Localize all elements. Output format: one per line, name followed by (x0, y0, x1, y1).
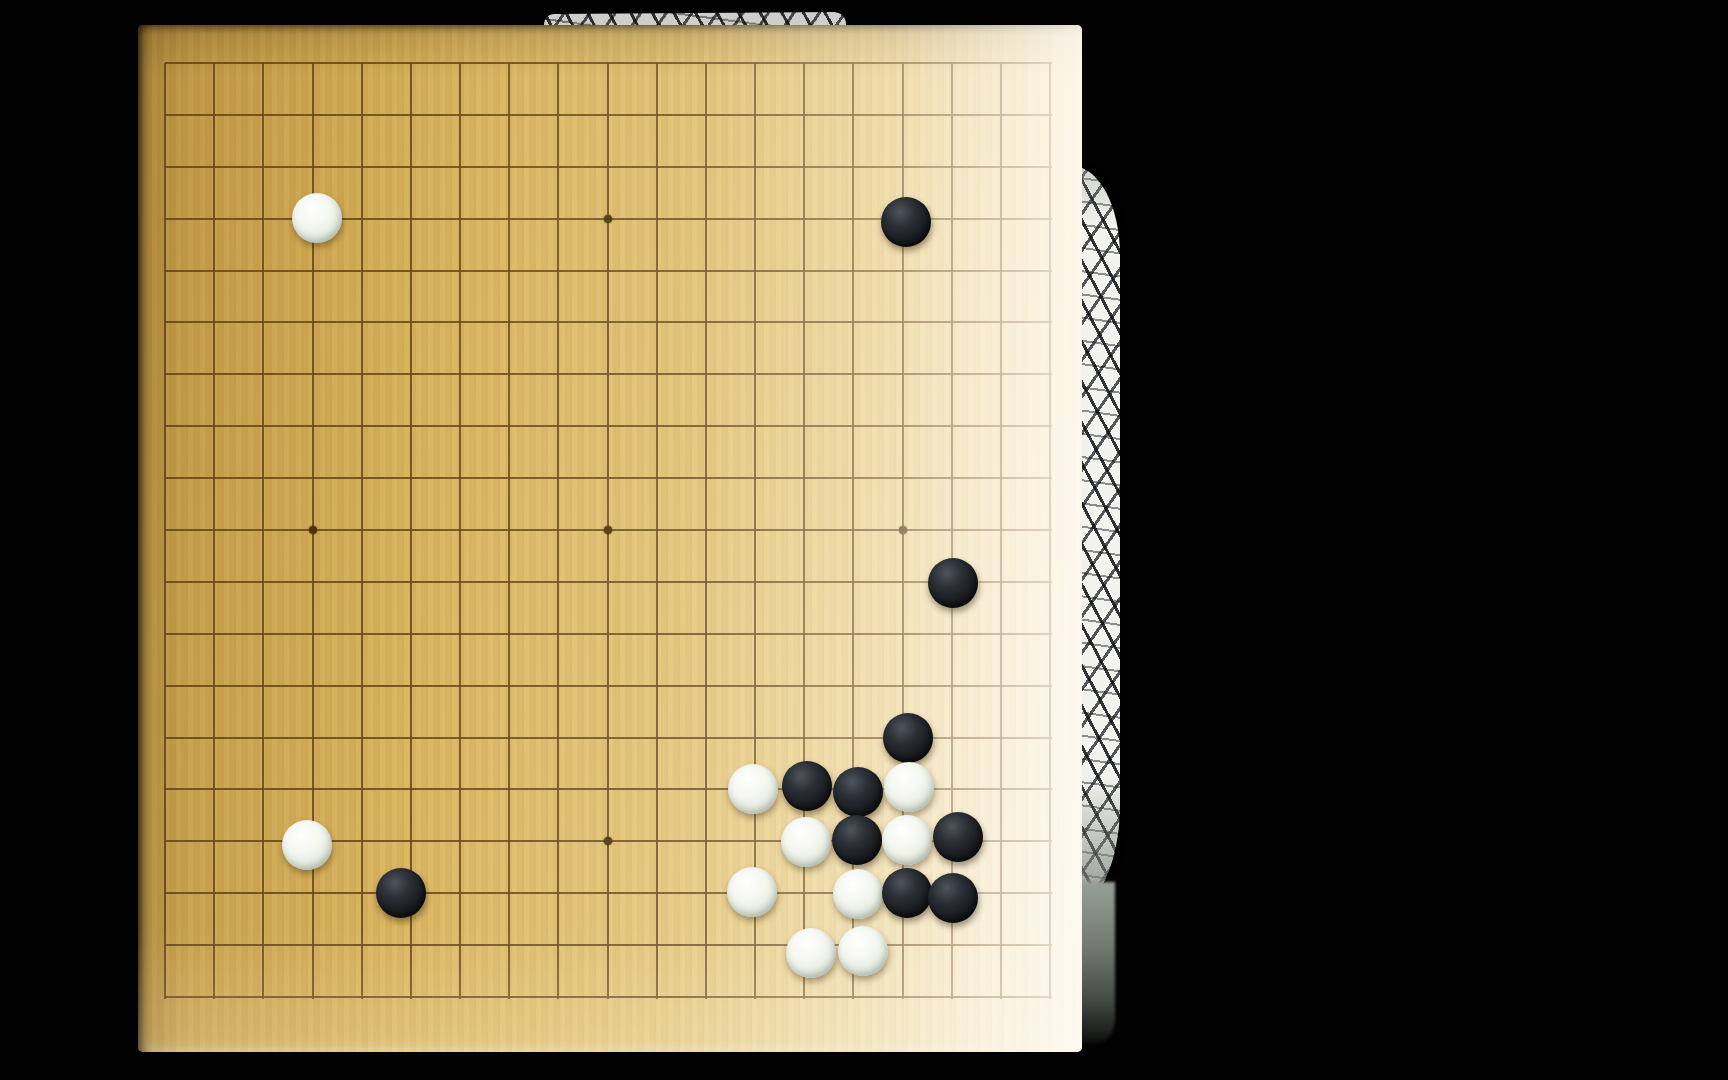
black-stone-glyph: ● (782, 761, 832, 811)
black-stone-glyph: ● (881, 197, 931, 247)
white-stone-D16: ○ (292, 193, 342, 243)
white-stone-N5: ○ (728, 764, 778, 814)
white-stone-P2: ○ (838, 926, 888, 976)
scene: ○●●●○●●○○●○●○○●●●○○○ (0, 0, 1728, 1080)
white-stone-O4: ○ (781, 817, 831, 867)
black-stone-Q3: ● (882, 868, 932, 918)
white-stone-P3: ○ (833, 869, 883, 919)
black-stone-glyph: ● (933, 812, 983, 862)
go-board[interactable]: ○●●●○●●○○●○●○○●●●○○○ (138, 25, 1082, 1052)
black-stone-glyph: ● (882, 868, 932, 918)
white-stone-glyph: ○ (833, 869, 883, 919)
white-stone-glyph: ○ (786, 928, 836, 978)
white-stone-O2: ○ (786, 928, 836, 978)
black-stone-P4: ● (832, 815, 882, 865)
black-stone-Q16: ● (881, 197, 931, 247)
white-stone-N3: ○ (727, 867, 777, 917)
black-stone-O5: ● (782, 761, 832, 811)
black-stone-F3: ● (376, 868, 426, 918)
white-stone-glyph: ○ (292, 193, 342, 243)
white-stone-glyph: ○ (282, 820, 332, 870)
white-stone-glyph: ○ (781, 817, 831, 867)
white-stone-glyph: ○ (727, 867, 777, 917)
white-stone-glyph: ○ (728, 764, 778, 814)
black-stone-glyph: ● (928, 873, 978, 923)
black-stone-glyph: ● (832, 815, 882, 865)
white-stone-D4: ○ (282, 820, 332, 870)
white-stone-glyph: ○ (838, 926, 888, 976)
black-stone-R3: ● (928, 873, 978, 923)
black-stone-R9: ● (928, 558, 978, 608)
black-stone-R4: ● (933, 812, 983, 862)
black-stone-glyph: ● (376, 868, 426, 918)
black-stone-glyph: ● (928, 558, 978, 608)
stones-layer: ○●●●○●●○○●○●○○●●●○○○ (138, 25, 1082, 1052)
